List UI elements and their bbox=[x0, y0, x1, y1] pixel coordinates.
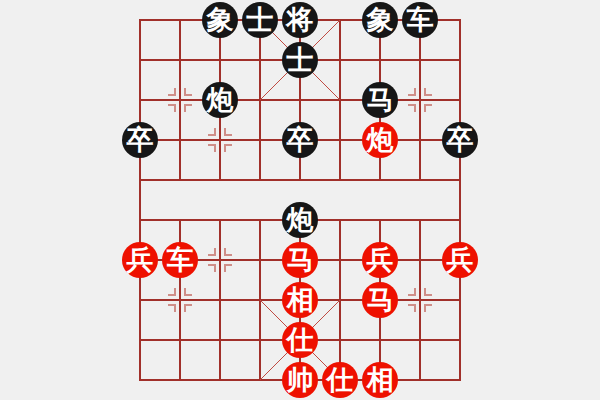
board-point: 卒 bbox=[280, 120, 320, 160]
black-cannon[interactable]: 炮 bbox=[202, 82, 238, 118]
red-soldier[interactable]: 兵 bbox=[442, 242, 478, 278]
board-point: 帅 bbox=[280, 360, 320, 400]
board-point: 仕 bbox=[280, 320, 320, 360]
black-advisor[interactable]: 士 bbox=[242, 2, 278, 38]
board-point: 将 bbox=[280, 0, 320, 40]
board-point: 兵 bbox=[120, 240, 160, 280]
black-general[interactable]: 将 bbox=[282, 2, 318, 38]
black-advisor[interactable]: 士 bbox=[282, 42, 318, 78]
board-point: 车 bbox=[160, 240, 200, 280]
board-point: 马 bbox=[360, 280, 400, 320]
board-point: 士 bbox=[240, 0, 280, 40]
red-soldier[interactable]: 兵 bbox=[362, 242, 398, 278]
xiangqi-board: 象士将象车士炮马卒卒炮卒炮兵车马兵兵相马仕帅仕相 bbox=[0, 0, 600, 400]
red-elephant[interactable]: 相 bbox=[362, 362, 398, 398]
board-point: 炮 bbox=[200, 80, 240, 120]
red-horse[interactable]: 马 bbox=[362, 282, 398, 318]
black-elephant[interactable]: 象 bbox=[362, 2, 398, 38]
red-elephant[interactable]: 相 bbox=[282, 282, 318, 318]
black-horse[interactable]: 马 bbox=[362, 82, 398, 118]
board-point: 卒 bbox=[440, 120, 480, 160]
black-chariot[interactable]: 车 bbox=[402, 2, 438, 38]
red-advisor[interactable]: 仕 bbox=[282, 322, 318, 358]
board-point: 相 bbox=[280, 280, 320, 320]
board-point: 兵 bbox=[440, 240, 480, 280]
board-point: 兵 bbox=[360, 240, 400, 280]
board-point: 炮 bbox=[360, 120, 400, 160]
black-soldier[interactable]: 卒 bbox=[442, 122, 478, 158]
board-point: 仕 bbox=[320, 360, 360, 400]
black-soldier[interactable]: 卒 bbox=[122, 122, 158, 158]
black-soldier[interactable]: 卒 bbox=[282, 122, 318, 158]
red-advisor[interactable]: 仕 bbox=[322, 362, 358, 398]
board-point: 士 bbox=[280, 40, 320, 80]
red-chariot[interactable]: 车 bbox=[162, 242, 198, 278]
red-horse[interactable]: 马 bbox=[282, 242, 318, 278]
black-cannon[interactable]: 炮 bbox=[282, 202, 318, 238]
board-intersections-grid[interactable]: 象士将象车士炮马卒卒炮卒炮兵车马兵兵相马仕帅仕相 bbox=[120, 0, 480, 400]
red-cannon[interactable]: 炮 bbox=[362, 122, 398, 158]
board-point: 卒 bbox=[120, 120, 160, 160]
board-point: 马 bbox=[280, 240, 320, 280]
board-point: 马 bbox=[360, 80, 400, 120]
red-soldier[interactable]: 兵 bbox=[122, 242, 158, 278]
board-point: 炮 bbox=[280, 200, 320, 240]
board-point: 象 bbox=[360, 0, 400, 40]
board-point: 相 bbox=[360, 360, 400, 400]
board-point: 车 bbox=[400, 0, 440, 40]
red-general[interactable]: 帅 bbox=[282, 362, 318, 398]
board-point: 象 bbox=[200, 0, 240, 40]
black-elephant[interactable]: 象 bbox=[202, 2, 238, 38]
